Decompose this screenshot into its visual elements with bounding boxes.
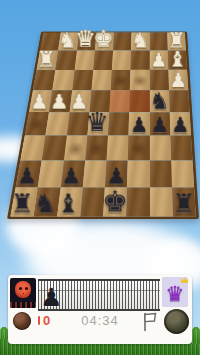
opponent-avatar-strip bbox=[10, 302, 36, 308]
captured-pieces-tray bbox=[38, 279, 160, 311]
square-r4c7[interactable]: ♞ bbox=[149, 90, 169, 112]
black-knight[interactable]: ♞ bbox=[33, 190, 56, 216]
square-r2c8[interactable]: ♝ bbox=[168, 51, 187, 70]
crown-badge-icon bbox=[181, 277, 188, 283]
square-r7c2[interactable] bbox=[38, 161, 64, 188]
square-r1c7[interactable] bbox=[149, 33, 167, 51]
square-r7c8[interactable] bbox=[171, 161, 194, 188]
square-r7c6[interactable] bbox=[127, 161, 149, 188]
black-rook[interactable]: ♜ bbox=[10, 190, 34, 216]
square-r5c4[interactable]: ♛ bbox=[87, 112, 109, 135]
square-r5c5[interactable] bbox=[108, 112, 129, 135]
black-pawn[interactable]: ♟ bbox=[151, 115, 169, 136]
square-r4c6[interactable] bbox=[129, 90, 149, 112]
square-r7c3[interactable]: ♟ bbox=[60, 161, 85, 188]
black-knight[interactable]: ♞ bbox=[149, 89, 169, 112]
square-r6c6[interactable] bbox=[128, 135, 150, 160]
captured-black-pawn-icon bbox=[40, 285, 62, 310]
square-r2c4[interactable] bbox=[93, 51, 113, 70]
square-r3c4[interactable] bbox=[91, 70, 112, 90]
square-r3c5[interactable] bbox=[111, 70, 131, 90]
resign-flag-icon[interactable] bbox=[140, 311, 160, 333]
square-r1c5[interactable] bbox=[113, 33, 132, 51]
square-r6c5[interactable] bbox=[106, 135, 128, 160]
square-r6c2[interactable] bbox=[42, 135, 66, 160]
menu-coin-button[interactable] bbox=[164, 309, 189, 334]
black-rook[interactable]: ♜ bbox=[173, 190, 196, 216]
white-knight[interactable]: ♞ bbox=[58, 30, 76, 51]
square-r4c2[interactable]: ♟ bbox=[49, 90, 72, 112]
square-r8c8[interactable]: ♜ bbox=[172, 187, 196, 216]
square-r8c3[interactable]: ♝ bbox=[57, 187, 83, 216]
black-pawn[interactable]: ♟ bbox=[17, 165, 37, 187]
square-r3c3[interactable] bbox=[72, 70, 93, 90]
game-timer: 04:34 bbox=[81, 313, 119, 328]
black-queen[interactable]: ♛ bbox=[86, 109, 109, 135]
square-r8c6[interactable] bbox=[126, 187, 149, 216]
square-r2c1[interactable]: ♜ bbox=[37, 51, 59, 70]
black-pawn[interactable]: ♟ bbox=[130, 115, 148, 136]
square-r1c6[interactable]: ♞ bbox=[131, 33, 149, 51]
white-bishop[interactable]: ♝ bbox=[168, 49, 187, 70]
square-r7c4[interactable] bbox=[83, 161, 107, 188]
white-pawn[interactable]: ♟ bbox=[50, 92, 68, 112]
white-pawn[interactable]: ♟ bbox=[150, 51, 167, 70]
white-rook[interactable]: ♜ bbox=[36, 49, 55, 70]
square-r8c5[interactable]: ♚ bbox=[103, 187, 127, 216]
square-r7c7[interactable] bbox=[149, 161, 171, 188]
white-pawn[interactable]: ♟ bbox=[170, 71, 187, 90]
coin-button[interactable] bbox=[13, 312, 31, 330]
square-r5c6[interactable]: ♟ bbox=[129, 112, 150, 135]
black-king[interactable]: ♚ bbox=[102, 187, 128, 216]
square-r3c2[interactable] bbox=[52, 70, 74, 90]
square-r5c2[interactable] bbox=[46, 112, 70, 135]
board-perspective-wrap: ♞♛♚♞♜♜♟♝♟♟♟♟♞♛♟♟♟♟♟♟♜♞♝♚♜ bbox=[7, 35, 193, 219]
white-king[interactable]: ♚ bbox=[94, 28, 114, 51]
score-value: 0 bbox=[43, 313, 50, 328]
square-r6c8[interactable] bbox=[170, 135, 192, 160]
player-avatar[interactable] bbox=[162, 277, 188, 307]
square-r2c5[interactable] bbox=[112, 51, 131, 70]
square-r1c4[interactable]: ♚ bbox=[95, 33, 114, 51]
square-r6c3[interactable] bbox=[63, 135, 87, 160]
square-r2c2[interactable] bbox=[55, 51, 76, 70]
square-r7c5[interactable]: ♟ bbox=[105, 161, 128, 188]
black-bishop[interactable]: ♝ bbox=[57, 190, 80, 216]
square-r2c6[interactable] bbox=[131, 51, 150, 70]
chess-board[interactable]: ♞♛♚♞♜♜♟♝♟♟♟♟♞♛♟♟♟♟♟♟♜♞♝♚♜ bbox=[7, 32, 199, 219]
square-r6c7[interactable] bbox=[149, 135, 171, 160]
black-pawn[interactable]: ♟ bbox=[171, 115, 189, 136]
opponent-avatar[interactable] bbox=[10, 278, 36, 308]
score-icon bbox=[38, 316, 40, 325]
score-badge: 0 bbox=[38, 313, 50, 328]
square-r3c8[interactable]: ♟ bbox=[168, 70, 188, 90]
white-knight[interactable]: ♞ bbox=[131, 30, 149, 51]
square-r2c7[interactable]: ♟ bbox=[149, 51, 168, 70]
square-r5c8[interactable]: ♟ bbox=[170, 112, 191, 135]
square-r6c4[interactable] bbox=[85, 135, 108, 160]
black-pawn[interactable]: ♟ bbox=[61, 165, 81, 187]
white-pawn[interactable]: ♟ bbox=[30, 92, 48, 112]
square-r2c3[interactable] bbox=[74, 51, 95, 70]
square-r4c8[interactable] bbox=[169, 90, 190, 112]
game-screen: ♞♛♚♞♜♜♟♝♟♟♟♟♞♛♟♟♟♟♟♟♜♞♝♚♜ 0 04:34 bbox=[0, 0, 200, 355]
square-r5c7[interactable]: ♟ bbox=[149, 112, 170, 135]
square-r8c7[interactable] bbox=[149, 187, 172, 216]
hud-panel: 0 04:34 bbox=[8, 275, 192, 344]
square-r4c5[interactable] bbox=[109, 90, 130, 112]
square-r3c6[interactable] bbox=[130, 70, 149, 90]
